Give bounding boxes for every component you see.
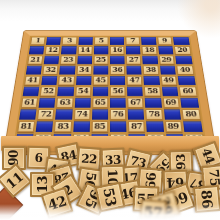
product-photo-hundred-board: 1357912141618202123252729323436384041434…: [0, 0, 220, 220]
loose-tile-pile: 9068422337359934448172850109964377511132…: [0, 0, 220, 220]
loose-tile-57[interactable]: 57: [139, 199, 167, 220]
loose-tile-86[interactable]: 86: [193, 185, 220, 213]
loose-tile-53[interactable]: 53: [95, 182, 126, 213]
